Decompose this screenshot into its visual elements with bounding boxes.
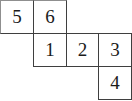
- cell-number: 6: [45, 7, 55, 26]
- puzzle-board: 561234: [0, 0, 132, 101]
- cell-r1c1: 1: [33, 33, 67, 67]
- cell-number: 2: [78, 40, 88, 59]
- cell-r1c2: 2: [66, 33, 99, 67]
- cell-r1c3: 3: [98, 33, 132, 67]
- cell-r2c3: 4: [98, 66, 132, 100]
- cell-number: 5: [12, 7, 22, 26]
- cell-number: 1: [45, 40, 55, 59]
- cell-number: 3: [110, 40, 120, 59]
- cell-number: 4: [110, 73, 120, 92]
- cell-r0c0: 5: [0, 0, 34, 34]
- cell-r0c1: 6: [33, 0, 67, 34]
